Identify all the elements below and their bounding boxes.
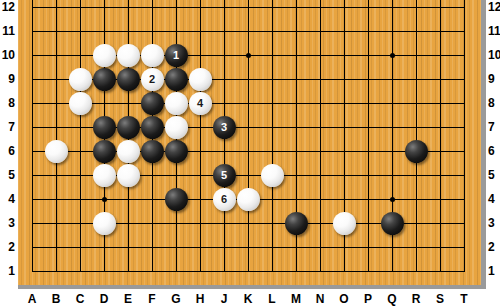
coord-label-bottom-L: L (264, 292, 280, 306)
stone-black-R6 (405, 140, 428, 163)
coord-label-bottom-Q: Q (384, 292, 400, 306)
coord-label-right-12: 12 (488, 0, 500, 14)
stone-black-F7 (141, 116, 164, 139)
grid-line-row-1 (32, 271, 465, 272)
coord-label-bottom-M: M (288, 292, 304, 306)
coord-label-right-11: 11 (488, 24, 500, 38)
stone-white-F10 (141, 44, 164, 67)
coord-label-bottom-D: D (96, 292, 112, 306)
coord-label-bottom-A: A (24, 292, 40, 306)
star-point-Q10 (390, 53, 395, 58)
coord-label-bottom-T: T (456, 292, 472, 306)
stone-black-G10: 1 (165, 44, 188, 67)
stone-white-C9 (69, 68, 92, 91)
coord-label-bottom-E: E (120, 292, 136, 306)
coord-label-bottom-J: J (216, 292, 232, 306)
stone-black-G6 (165, 140, 188, 163)
grid-line-col-B (56, 0, 57, 272)
grid-line-col-A (32, 0, 33, 272)
coord-label-right-2: 2 (488, 240, 500, 254)
stone-black-G4 (165, 188, 188, 211)
stone-white-E5 (117, 164, 140, 187)
stone-white-C8 (69, 92, 92, 115)
coord-label-right-7: 7 (488, 120, 500, 134)
stone-black-D6 (93, 140, 116, 163)
coord-label-right-5: 5 (488, 168, 500, 182)
coord-label-left-11: 11 (0, 24, 15, 38)
coord-label-bottom-G: G (168, 292, 184, 306)
coord-label-right-10: 10 (488, 48, 500, 62)
stone-black-Q3 (381, 212, 404, 235)
stone-white-H9 (189, 68, 212, 91)
coord-label-left-2: 2 (0, 240, 15, 254)
stone-white-E10 (117, 44, 140, 67)
coord-label-left-3: 3 (0, 216, 15, 230)
grid-line-col-R (416, 0, 417, 272)
grid-line-row-11 (32, 31, 465, 32)
stone-black-M3 (285, 212, 308, 235)
coord-label-bottom-C: C (72, 292, 88, 306)
grid-line-row-12 (32, 7, 465, 8)
coord-label-left-4: 4 (0, 192, 15, 206)
stone-black-E9 (117, 68, 140, 91)
star-point-Q4 (390, 197, 395, 202)
coord-label-left-1: 1 (0, 264, 15, 278)
grid-line-col-S (440, 0, 441, 272)
stone-black-J7: 3 (213, 116, 236, 139)
grid-line-col-N (320, 0, 321, 272)
coord-label-bottom-H: H (192, 292, 208, 306)
grid-line-col-L (272, 0, 273, 272)
stone-white-D10 (93, 44, 116, 67)
coord-label-left-6: 6 (0, 144, 15, 158)
grid-line-col-K (248, 0, 249, 272)
grid-line-col-C (80, 0, 81, 272)
coord-label-right-4: 4 (488, 192, 500, 206)
go-board[interactable]: 135246 (18, 0, 486, 289)
grid-line-col-P (368, 0, 369, 272)
grid-line-row-8 (32, 103, 465, 104)
coord-label-left-10: 10 (0, 48, 15, 62)
stone-white-O3 (333, 212, 356, 235)
stone-white-B6 (45, 140, 68, 163)
stone-black-G9 (165, 68, 188, 91)
stone-white-J4: 6 (213, 188, 236, 211)
stone-white-K4 (237, 188, 260, 211)
go-diagram: 135246 121110987654321 121110987654321 A… (0, 0, 500, 308)
star-point-K10 (246, 53, 251, 58)
stone-black-J5: 5 (213, 164, 236, 187)
grid-line-col-H (200, 0, 201, 272)
coord-label-left-9: 9 (0, 72, 15, 86)
stone-black-F8 (141, 92, 164, 115)
coord-label-right-9: 9 (488, 72, 500, 86)
coord-label-left-12: 12 (0, 0, 15, 14)
stone-white-E6 (117, 140, 140, 163)
coord-label-left-5: 5 (0, 168, 15, 182)
coord-label-right-6: 6 (488, 144, 500, 158)
coord-label-bottom-P: P (360, 292, 376, 306)
coord-label-left-7: 7 (0, 120, 15, 134)
coord-label-bottom-K: K (240, 292, 256, 306)
stone-black-E7 (117, 116, 140, 139)
coord-label-bottom-N: N (312, 292, 328, 306)
stone-white-L5 (261, 164, 284, 187)
stone-white-G8 (165, 92, 188, 115)
coord-label-bottom-B: B (48, 292, 64, 306)
coord-label-left-8: 8 (0, 96, 15, 110)
coord-label-bottom-O: O (336, 292, 352, 306)
coord-label-bottom-S: S (432, 292, 448, 306)
coord-label-right-3: 3 (488, 216, 500, 230)
stone-white-G7 (165, 116, 188, 139)
stone-white-D5 (93, 164, 116, 187)
stone-black-D7 (93, 116, 116, 139)
stone-black-D9 (93, 68, 116, 91)
stone-white-D3 (93, 212, 116, 235)
coord-label-right-1: 1 (488, 264, 500, 278)
coord-label-right-8: 8 (488, 96, 500, 110)
grid-line-col-T (464, 0, 465, 272)
stone-white-H8: 4 (189, 92, 212, 115)
stone-white-F9: 2 (141, 68, 164, 91)
grid-line-row-2 (32, 247, 465, 248)
stone-black-F6 (141, 140, 164, 163)
coord-label-bottom-R: R (408, 292, 424, 306)
coord-label-bottom-F: F (144, 292, 160, 306)
star-point-D4 (102, 197, 107, 202)
